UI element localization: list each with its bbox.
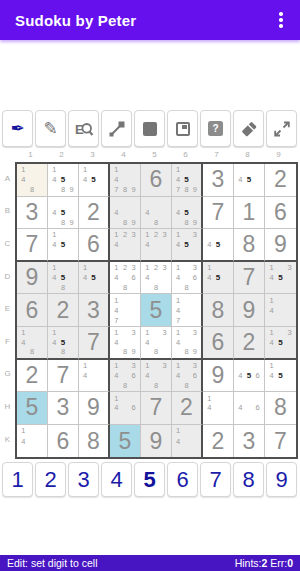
pencil-mark: 4 [267, 305, 276, 315]
pencil-mark: 9 [129, 185, 138, 195]
cell-C8[interactable]: 8 [234, 229, 265, 262]
pencil-mark: 2 [152, 230, 161, 240]
placed-digit: 6 [79, 229, 108, 260]
filled-square-icon [143, 122, 157, 136]
pencil-mark: 1 [19, 165, 28, 175]
pencil-mark: 9 [191, 347, 199, 357]
pencil-mark: 1 [81, 165, 89, 175]
placed-digit: 9 [17, 262, 47, 294]
column-labels: 123456789 [15, 150, 300, 162]
pencil-mark: 4 [267, 338, 276, 348]
pencil-mark: 1 [50, 328, 59, 338]
pencil-mark: 8 [121, 217, 130, 227]
pencil-mark: 8 [121, 347, 130, 357]
pencil-mark: 4 [50, 240, 59, 250]
pencil-mark: 1 [143, 361, 152, 371]
mode-text: Edit: set digit to cell [7, 557, 97, 569]
pencil-mark: 4 [50, 273, 59, 283]
placed-digit: 2 [265, 164, 296, 196]
pencil-mark: 1 [267, 295, 276, 305]
cell-B8[interactable]: 1 [234, 197, 265, 230]
cell-C1[interactable]: 7 [17, 229, 48, 262]
cell-K1[interactable]: 14 [17, 425, 48, 458]
col-label-3: 3 [77, 150, 108, 162]
pencil-mark: 4 [19, 436, 28, 446]
cell-B1[interactable]: 3 [17, 197, 48, 230]
pencil-mark: 1 [81, 263, 89, 273]
pencil-mark: 8 [28, 185, 37, 195]
cell-F3[interactable]: 7 [79, 327, 110, 360]
pencil-mark: 1 [174, 230, 182, 240]
pencil-mark: 4 [174, 207, 182, 217]
placed-digit: 6 [265, 197, 296, 229]
cell-C3[interactable]: 6 [79, 229, 110, 262]
cell-E7[interactable]: 8 [203, 294, 234, 327]
placed-digit: 9 [234, 294, 264, 326]
pencil-mark: 8 [182, 217, 190, 227]
pencil-mark: 1 [205, 263, 214, 273]
cell-A4[interactable]: 14789 [110, 164, 141, 197]
eraser-tool-button[interactable] [233, 110, 264, 147]
pencil-mark: 1 [143, 263, 152, 273]
pencil-mark: 4 [143, 273, 152, 283]
pencil-mark: 8 [59, 185, 68, 195]
pencil-mark: 9 [67, 185, 76, 195]
cell-G9[interactable]: 145 [265, 360, 296, 393]
fill-tool-button[interactable] [134, 110, 165, 147]
cell-B4[interactable]: 489 [110, 197, 141, 230]
pencil-mark: 9 [191, 185, 199, 195]
pencil-mark: 1 [50, 230, 59, 240]
pencil-mark: 4 [112, 207, 121, 217]
cell-G4[interactable]: 13468 [110, 360, 141, 393]
placed-digit: 5 [110, 425, 140, 458]
cell-K3[interactable]: 8 [79, 425, 110, 458]
pencil-mark: 1 [267, 328, 276, 338]
pencil-mark: 3 [160, 230, 169, 240]
placed-digit: 9 [203, 360, 233, 392]
pencil-mark: 4 [50, 207, 59, 217]
cell-K8[interactable]: 3 [234, 425, 265, 458]
pencil-mark: 4 [81, 175, 89, 185]
pencil-mark: 3 [191, 230, 199, 240]
cell-K9[interactable]: 7 [265, 425, 296, 458]
pencil-mark: 4 [19, 338, 28, 348]
pencil-mark: 4 [174, 305, 182, 315]
pencil-mark: 4 [50, 175, 59, 185]
pencil-mark: 4 [112, 370, 121, 380]
pencil-mark: 1 [112, 165, 121, 175]
pencil-mark: 5 [276, 338, 285, 348]
pencil-mark: 4 [174, 240, 182, 250]
cell-K2[interactable]: 6 [48, 425, 79, 458]
pencil-mark: 9 [67, 217, 76, 227]
line-tool-button[interactable] [101, 110, 132, 147]
cell-G2[interactable]: 7 [48, 360, 79, 393]
pencil-mark: 8 [121, 380, 130, 390]
digit-button-1[interactable]: 1 [2, 462, 33, 497]
cell-A5[interactable]: 6 [141, 164, 172, 197]
cell-E6[interactable]: 147 [172, 294, 203, 327]
pencil-mark: 1 [174, 328, 182, 338]
placed-digit: 2 [79, 197, 108, 229]
pencil-mark: 8 [59, 217, 68, 227]
digit-button-8[interactable]: 8 [233, 462, 264, 497]
pencil-mark: 1 [267, 263, 276, 273]
row-label-E: E [5, 304, 10, 313]
cell-E5[interactable]: 5 [141, 294, 172, 327]
placed-digit: 9 [265, 229, 296, 260]
cell-K4[interactable]: 5 [110, 425, 141, 458]
cell-A8[interactable]: 45 [234, 164, 265, 197]
row-label-G: G [4, 369, 10, 378]
pencil-mark: 1 [174, 295, 182, 305]
pencil-mark: 2 [152, 263, 161, 273]
search-e-icon: E [74, 119, 94, 139]
cell-D8[interactable]: 7 [234, 262, 265, 295]
pencil-mark: 2 [121, 230, 130, 240]
digit-button-6[interactable]: 6 [167, 462, 198, 497]
placed-digit: 3 [17, 197, 47, 229]
cell-C9[interactable]: 9 [265, 229, 296, 262]
placed-digit: 2 [48, 294, 78, 326]
cell-D2[interactable]: 1458 [48, 262, 79, 295]
placed-digit: 6 [48, 425, 78, 458]
expand-tool-button[interactable] [266, 110, 297, 147]
cell-E1[interactable]: 6 [17, 294, 48, 327]
cell-G7[interactable]: 9 [203, 360, 234, 393]
pencil-mark: 6 [191, 273, 199, 283]
pencil-mark: 8 [59, 347, 68, 357]
pencil-mark: 5 [245, 370, 254, 380]
placed-digit: 6 [203, 327, 233, 358]
pencil-mark: 8 [182, 185, 190, 195]
placed-digit: 9 [141, 425, 171, 458]
pencil-mark: 1 [112, 263, 121, 273]
cell-K6[interactable]: 14 [172, 425, 203, 458]
pencil-mark: 4 [205, 403, 214, 413]
pen-icon: ✒ [10, 120, 24, 137]
cell-G8[interactable]: 456 [234, 360, 265, 393]
cell-C5[interactable]: 1234 [141, 229, 172, 262]
row-labels: ABCDEFGHK [0, 162, 15, 459]
pencil-mark: 3 [191, 328, 199, 338]
placed-digit: 2 [234, 327, 264, 358]
pencil-mark: 1 [143, 328, 152, 338]
pencil-mark: 6 [129, 370, 138, 380]
pencil-mark: 1 [19, 426, 28, 436]
pencil-mark: 5 [276, 370, 285, 380]
pencil-mark: 3 [160, 263, 169, 273]
pencil-mark: 4 [143, 370, 152, 380]
cell-B5[interactable]: 48 [141, 197, 172, 230]
placed-digit: 8 [203, 294, 233, 326]
col-label-5: 5 [139, 150, 170, 162]
placed-digit: 7 [17, 229, 47, 260]
cell-D4[interactable]: 123468 [110, 262, 141, 295]
pencil-mark: 5 [245, 175, 254, 185]
digit-button-4[interactable]: 4 [101, 462, 132, 497]
sudoku-board: 123456789 ABCDEFGHK 14814589145147896145… [0, 150, 300, 459]
pencil-mark: 5 [89, 273, 97, 283]
cell-H2[interactable]: 3 [48, 392, 79, 425]
col-label-7: 7 [201, 150, 232, 162]
sudoku-grid: 1481458914514789614578934523458924894845… [15, 162, 298, 459]
cell-E9[interactable]: 14 [265, 294, 296, 327]
pencil-mark: 8 [182, 380, 190, 390]
digit-button-7[interactable]: 7 [200, 462, 231, 497]
pencil-mark: 3 [129, 361, 138, 371]
pencil-mark: 8 [121, 185, 130, 195]
pencil-mark: 4 [112, 175, 121, 185]
pencil-mark: 8 [182, 283, 190, 293]
cell-D1[interactable]: 9 [17, 262, 48, 295]
cell-A1[interactable]: 148 [17, 164, 48, 197]
pencil-mark: 5 [59, 273, 68, 283]
pencil-mark: 3 [129, 230, 138, 240]
cell-F4[interactable]: 13489 [110, 327, 141, 360]
pencil-icon: ✎ [43, 120, 57, 137]
cell-H5[interactable]: 7 [141, 392, 172, 425]
pencil-mark: 4 [112, 305, 121, 315]
cell-H9[interactable]: 8 [265, 392, 296, 425]
placed-digit: 5 [17, 392, 47, 424]
digit-button-2[interactable]: 2 [35, 462, 66, 497]
pencil-mark: 5 [276, 273, 285, 283]
cell-A7[interactable]: 3 [203, 164, 234, 197]
pencil-mark: 4 [267, 370, 276, 380]
row-label-A: A [5, 174, 10, 183]
col-label-1: 1 [15, 150, 46, 162]
toolbar: ✒ ✎ E ? [2, 110, 297, 147]
hints-value: 2 [261, 557, 267, 569]
cell-D3[interactable]: 145 [79, 262, 110, 295]
cell-A6[interactable]: 145789 [172, 164, 203, 197]
pencil-mark: 4 [112, 273, 121, 283]
err-value: 0 [287, 557, 293, 569]
pencil-mark: 4 [50, 338, 59, 348]
pencil-tool-button[interactable]: ✎ [35, 110, 66, 147]
pencil-mark: 8 [152, 347, 161, 357]
cell-B6[interactable]: 4589 [172, 197, 203, 230]
cell-A9[interactable]: 2 [265, 164, 296, 197]
cell-F7[interactable]: 6 [203, 327, 234, 360]
cell-E4[interactable]: 147 [110, 294, 141, 327]
pencil-mark: 7 [112, 185, 121, 195]
pencil-mark: 4 [267, 273, 276, 283]
placed-digit: 7 [79, 327, 108, 358]
pencil-mark: 5 [182, 240, 190, 250]
cell-F6[interactable]: 13489 [172, 327, 203, 360]
row-label-K: K [5, 435, 10, 444]
cell-F2[interactable]: 1458 [48, 327, 79, 360]
cell-C2[interactable]: 145 [48, 229, 79, 262]
cell-B7[interactable]: 7 [203, 197, 234, 230]
cell-C4[interactable]: 1234 [110, 229, 141, 262]
placed-digit: 8 [265, 392, 296, 424]
pencil-mark: 1 [112, 230, 121, 240]
pencil-mark: 5 [59, 240, 68, 250]
placed-digit: 7 [141, 392, 171, 424]
pencil-mark: 4 [174, 175, 182, 185]
pencil-mark: 4 [174, 273, 182, 283]
placed-digit: 8 [79, 425, 108, 458]
cell-H4[interactable]: 146 [110, 392, 141, 425]
pencil-mark: 1 [267, 361, 276, 371]
pencil-mark: 6 [191, 370, 199, 380]
cell-F9[interactable]: 1345 [265, 327, 296, 360]
eraser-icon [239, 119, 259, 139]
pencil-mark: 6 [253, 370, 262, 380]
pencil-mark: 4 [143, 207, 152, 217]
cell-H8[interactable]: 46 [234, 392, 265, 425]
cell-E3[interactable]: 3 [79, 294, 110, 327]
pencil-mark: 1 [112, 295, 121, 305]
pencil-mark: 4 [205, 273, 214, 283]
cell-D5[interactable]: 12348 [141, 262, 172, 295]
pencil-mark: 3 [285, 328, 294, 338]
col-label-8: 8 [232, 150, 263, 162]
cell-E8[interactable]: 9 [234, 294, 265, 327]
app-bar: Sudoku by Peter [0, 0, 300, 40]
pencil-mark: 3 [129, 263, 138, 273]
cell-F8[interactable]: 2 [234, 327, 265, 360]
pencil-mark: 8 [121, 283, 130, 293]
placed-digit: 3 [48, 392, 78, 424]
help-tool-button[interactable]: ? [200, 110, 231, 147]
placed-digit: 7 [265, 425, 296, 458]
cell-K7[interactable]: 2 [203, 425, 234, 458]
cell-H3[interactable]: 9 [79, 392, 110, 425]
cell-C6[interactable]: 1345 [172, 229, 203, 262]
cell-G1[interactable]: 2 [17, 360, 48, 393]
cell-B2[interactable]: 4589 [48, 197, 79, 230]
cell-H7[interactable]: 14 [203, 392, 234, 425]
placed-digit: 8 [234, 229, 264, 260]
digit-button-3[interactable]: 3 [68, 462, 99, 497]
cell-A2[interactable]: 14589 [48, 164, 79, 197]
cell-K5[interactable]: 9 [141, 425, 172, 458]
placed-digit: 2 [17, 360, 47, 392]
pencil-mark: 3 [191, 263, 199, 273]
placed-digit: 2 [172, 392, 201, 424]
cell-H6[interactable]: 2 [172, 392, 203, 425]
row-label-H: H [5, 402, 11, 411]
col-label-4: 4 [108, 150, 139, 162]
pencil-mark: 8 [59, 283, 68, 293]
pencil-mark: 5 [214, 240, 223, 250]
pencil-mark: 1 [112, 393, 121, 403]
pencil-mark: 6 [253, 403, 262, 413]
placed-digit: 7 [48, 360, 78, 392]
placed-digit: 3 [79, 294, 108, 326]
counters: Hints:2 Err:0 [235, 557, 293, 569]
pencil-mark: 4 [205, 240, 214, 250]
cell-E2[interactable]: 2 [48, 294, 79, 327]
placed-digit: 9 [79, 392, 108, 424]
pencil-mark: 1 [174, 361, 182, 371]
pencil-mark: 8 [152, 380, 161, 390]
col-label-6: 6 [170, 150, 201, 162]
pencil-mark: 4 [236, 175, 245, 185]
cell-G3[interactable]: 14 [79, 360, 110, 393]
placed-digit: 1 [234, 197, 264, 229]
placed-digit: 7 [234, 262, 264, 294]
cell-D6[interactable]: 13468 [172, 262, 203, 295]
cell-C7[interactable]: 45 [203, 229, 234, 262]
pencil-mark: 4 [236, 370, 245, 380]
placed-digit: 2 [203, 425, 233, 458]
digit-button-5[interactable]: 5 [134, 462, 165, 497]
analyze-tool-button[interactable]: E [68, 110, 99, 147]
pencil-mark: 5 [182, 207, 190, 217]
cell-B3[interactable]: 2 [79, 197, 110, 230]
placed-digit: 3 [234, 425, 264, 458]
cell-F1[interactable]: 148 [17, 327, 48, 360]
pencil-mark: 5 [214, 273, 223, 283]
pencil-mark: 1 [174, 263, 182, 273]
row-label-B: B [5, 206, 10, 215]
expand-arrows-icon [272, 119, 292, 139]
cell-H1[interactable]: 5 [17, 392, 48, 425]
pencil-mark: 1 [174, 426, 182, 436]
pencil-mark: 2 [121, 263, 130, 273]
pencil-mark: 1 [50, 165, 59, 175]
pencil-mark: 8 [152, 217, 161, 227]
pencil-mark: 8 [152, 283, 161, 293]
pencil-mark: 6 [129, 273, 138, 283]
pencil-mark: 4 [174, 370, 182, 380]
pen-tool-button[interactable]: ✒ [2, 110, 33, 147]
question-square-icon: ? [208, 121, 223, 136]
cell-G5[interactable]: 1348 [141, 360, 172, 393]
digit-pad: 123456789 [2, 462, 297, 497]
cell-D9[interactable]: 1345 [265, 262, 296, 295]
pencil-mark: 4 [112, 403, 121, 413]
cell-G6[interactable]: 13468 [172, 360, 203, 393]
cell-D7[interactable]: 145 [203, 262, 234, 295]
pencil-mark: 9 [129, 217, 138, 227]
row-label-F: F [5, 337, 10, 346]
pencil-mark: 9 [191, 217, 199, 227]
pencil-mark: 9 [129, 347, 138, 357]
cell-A3[interactable]: 145 [79, 164, 110, 197]
pencil-mark: 1 [143, 230, 152, 240]
pencil-mark: 6 [129, 403, 138, 413]
pencil-mark: 1 [81, 361, 89, 371]
corner-mark-tool-button[interactable] [167, 110, 198, 147]
col-label-9: 9 [263, 150, 294, 162]
kebab-menu-icon[interactable] [274, 9, 288, 31]
pencil-mark: 1 [19, 328, 28, 338]
placed-digit: 3 [203, 164, 233, 196]
row-label-D: D [5, 272, 11, 281]
pencil-mark: 5 [59, 207, 68, 217]
digit-button-9[interactable]: 9 [266, 462, 297, 497]
pencil-mark: 1 [112, 361, 121, 371]
pencil-mark: 4 [143, 338, 152, 348]
cell-F5[interactable]: 1348 [141, 327, 172, 360]
pencil-mark: 1 [112, 328, 121, 338]
cell-B9[interactable]: 6 [265, 197, 296, 230]
pencil-mark: 4 [236, 403, 245, 413]
placed-digit: 5 [141, 294, 171, 326]
pencil-mark: 3 [160, 328, 169, 338]
pencil-mark: 7 [174, 315, 182, 325]
pencil-mark: 7 [174, 185, 182, 195]
pencil-mark: 5 [182, 175, 190, 185]
line-arrow-icon [107, 119, 127, 139]
